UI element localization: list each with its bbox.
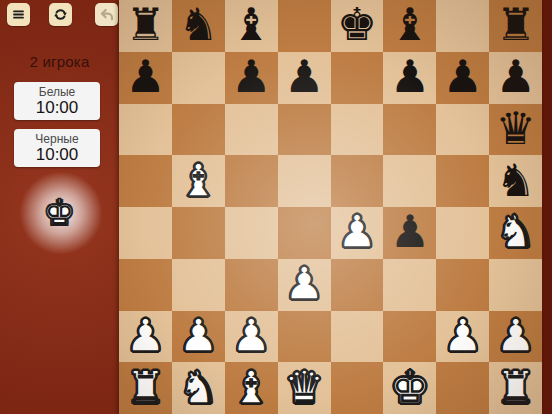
piece-white-pawn[interactable]: ♟ (337, 209, 377, 254)
piece-black-knight[interactable]: ♞ (178, 2, 218, 47)
white-clock-time: 10:00 (36, 99, 79, 117)
square-e7[interactable] (331, 52, 384, 104)
piece-black-knight[interactable]: ♞ (495, 158, 535, 203)
square-f8[interactable]: ♝ (383, 0, 436, 52)
menu-button[interactable] (7, 3, 30, 26)
square-f7[interactable]: ♟ (383, 52, 436, 104)
turn-indicator: ♚ (0, 183, 119, 243)
square-d4[interactable] (278, 207, 331, 259)
piece-white-rook[interactable]: ♜ (495, 365, 535, 410)
square-a4[interactable] (119, 207, 172, 259)
square-d2[interactable] (278, 311, 331, 363)
square-g6[interactable] (436, 104, 489, 156)
square-b5[interactable]: ♝ (172, 155, 225, 207)
square-h3[interactable] (489, 259, 542, 311)
square-h8[interactable]: ♜ (489, 0, 542, 52)
square-a8[interactable]: ♜ (119, 0, 172, 52)
square-h2[interactable]: ♟ (489, 311, 542, 363)
black-clock-label: Черные (35, 132, 78, 146)
piece-white-pawn[interactable]: ♟ (284, 261, 324, 306)
square-b4[interactable] (172, 207, 225, 259)
piece-black-pawn[interactable]: ♟ (125, 54, 165, 99)
square-e8[interactable]: ♚ (331, 0, 384, 52)
square-f2[interactable] (383, 311, 436, 363)
piece-white-rook[interactable]: ♜ (125, 365, 165, 410)
restart-button[interactable] (49, 3, 72, 26)
square-c8[interactable]: ♝ (225, 0, 278, 52)
piece-white-bishop[interactable]: ♝ (178, 158, 218, 203)
white-king-icon: ♚ (43, 195, 75, 231)
piece-black-pawn[interactable]: ♟ (390, 54, 430, 99)
square-f5[interactable] (383, 155, 436, 207)
square-e2[interactable] (331, 311, 384, 363)
square-d8[interactable] (278, 0, 331, 52)
square-e4[interactable]: ♟ (331, 207, 384, 259)
square-b2[interactable]: ♟ (172, 311, 225, 363)
square-g1[interactable] (436, 362, 489, 414)
square-d1[interactable]: ♛ (278, 362, 331, 414)
square-c5[interactable] (225, 155, 278, 207)
piece-black-pawn[interactable]: ♟ (390, 209, 430, 254)
square-g8[interactable] (436, 0, 489, 52)
piece-black-queen[interactable]: ♛ (495, 106, 535, 151)
black-clock: Черные 10:00 (14, 129, 100, 167)
piece-black-bishop[interactable]: ♝ (231, 2, 271, 47)
piece-black-rook[interactable]: ♜ (125, 2, 165, 47)
chess-board[interactable]: ♜♞♝♚♝♜♟♟♟♟♟♟♛♝♞♟♟♞♟♟♟♟♟♟♜♞♝♛♚♜ (119, 0, 542, 414)
piece-white-knight[interactable]: ♞ (495, 209, 535, 254)
square-c3[interactable] (225, 259, 278, 311)
hamburger-icon (11, 7, 26, 22)
piece-white-pawn[interactable]: ♟ (443, 313, 483, 358)
square-c2[interactable]: ♟ (225, 311, 278, 363)
piece-black-pawn[interactable]: ♟ (443, 54, 483, 99)
page-title: 2 игрока (0, 53, 119, 70)
black-clock-time: 10:00 (36, 146, 79, 164)
undo-arrow-icon (99, 7, 115, 23)
refresh-icon (53, 7, 68, 22)
piece-black-pawn[interactable]: ♟ (495, 54, 535, 99)
square-c7[interactable]: ♟ (225, 52, 278, 104)
square-a7[interactable]: ♟ (119, 52, 172, 104)
piece-white-pawn[interactable]: ♟ (495, 313, 535, 358)
square-h5[interactable]: ♞ (489, 155, 542, 207)
white-clock-label: Белые (39, 85, 75, 99)
square-d6[interactable] (278, 104, 331, 156)
app-window: 2 игрока Белые 10:00 Черные 10:00 ♚ ♜♞♝♚… (0, 0, 552, 414)
square-f3[interactable] (383, 259, 436, 311)
square-e3[interactable] (331, 259, 384, 311)
square-h4[interactable]: ♞ (489, 207, 542, 259)
square-g7[interactable]: ♟ (436, 52, 489, 104)
white-clock: Белые 10:00 (14, 82, 100, 120)
piece-black-king[interactable]: ♚ (337, 2, 377, 47)
undo-button[interactable] (95, 3, 118, 26)
piece-white-queen[interactable]: ♛ (284, 365, 324, 410)
piece-white-bishop[interactable]: ♝ (231, 365, 271, 410)
square-h1[interactable]: ♜ (489, 362, 542, 414)
piece-white-pawn[interactable]: ♟ (178, 313, 218, 358)
square-b8[interactable]: ♞ (172, 0, 225, 52)
square-c6[interactable] (225, 104, 278, 156)
square-g3[interactable] (436, 259, 489, 311)
square-d3[interactable]: ♟ (278, 259, 331, 311)
square-a6[interactable] (119, 104, 172, 156)
piece-white-pawn[interactable]: ♟ (231, 313, 271, 358)
piece-black-rook[interactable]: ♜ (495, 2, 535, 47)
square-g4[interactable] (436, 207, 489, 259)
square-h7[interactable]: ♟ (489, 52, 542, 104)
square-c1[interactable]: ♝ (225, 362, 278, 414)
piece-black-pawn[interactable]: ♟ (284, 54, 324, 99)
square-b6[interactable] (172, 104, 225, 156)
square-a2[interactable]: ♟ (119, 311, 172, 363)
square-f4[interactable]: ♟ (383, 207, 436, 259)
square-e5[interactable] (331, 155, 384, 207)
square-a3[interactable] (119, 259, 172, 311)
piece-white-knight[interactable]: ♞ (178, 365, 218, 410)
piece-black-bishop[interactable]: ♝ (390, 2, 430, 47)
square-a5[interactable] (119, 155, 172, 207)
square-a1[interactable]: ♜ (119, 362, 172, 414)
sidebar: 2 игрока Белые 10:00 Черные 10:00 ♚ (0, 0, 119, 414)
square-h6[interactable]: ♛ (489, 104, 542, 156)
square-g5[interactable] (436, 155, 489, 207)
square-e6[interactable] (331, 104, 384, 156)
square-c4[interactable] (225, 207, 278, 259)
square-b1[interactable]: ♞ (172, 362, 225, 414)
square-b3[interactable] (172, 259, 225, 311)
square-f1[interactable]: ♚ (383, 362, 436, 414)
piece-white-pawn[interactable]: ♟ (125, 313, 165, 358)
square-f6[interactable] (383, 104, 436, 156)
square-d7[interactable]: ♟ (278, 52, 331, 104)
square-e1[interactable] (331, 362, 384, 414)
square-b7[interactable] (172, 52, 225, 104)
piece-black-pawn[interactable]: ♟ (231, 54, 271, 99)
square-d5[interactable] (278, 155, 331, 207)
square-g2[interactable]: ♟ (436, 311, 489, 363)
piece-white-king[interactable]: ♚ (390, 365, 430, 410)
